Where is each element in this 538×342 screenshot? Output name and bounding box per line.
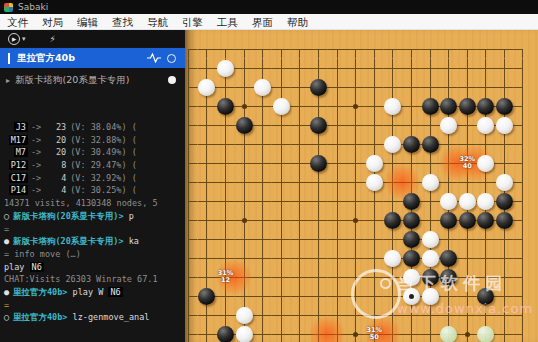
board-cell-A10[interactable] <box>185 211 198 230</box>
board-cell-T10[interactable] <box>514 211 533 230</box>
board-cell-J10[interactable] <box>328 211 347 230</box>
board-cell-O10[interactable] <box>421 211 440 230</box>
board-cell-N6[interactable] <box>402 287 421 306</box>
board-cell-L12[interactable] <box>365 173 384 192</box>
board-cell-S10[interactable] <box>495 211 514 230</box>
board-cell-G17[interactable] <box>291 78 310 97</box>
board-cell-H13[interactable] <box>309 154 328 173</box>
board-cell-P11[interactable] <box>439 192 458 211</box>
board-cell-Q10[interactable] <box>458 211 477 230</box>
board-cell-L11[interactable] <box>365 192 384 211</box>
board-cell-S17[interactable] <box>495 78 514 97</box>
board-cell-L10[interactable] <box>365 211 384 230</box>
board-cell-G6[interactable] <box>291 287 310 306</box>
board-cell-G9[interactable] <box>291 230 310 249</box>
board-cell-Q9[interactable] <box>458 230 477 249</box>
board-cell-P9[interactable] <box>439 230 458 249</box>
board-cell-Q18[interactable] <box>458 59 477 78</box>
board-cell-H15[interactable] <box>309 116 328 135</box>
board-cell-J18[interactable] <box>328 59 347 78</box>
board-cell-K12[interactable] <box>346 173 365 192</box>
board-cell-R15[interactable] <box>477 116 496 135</box>
board-cell-J16[interactable] <box>328 97 347 116</box>
board-cell-L8[interactable] <box>365 249 384 268</box>
board-cell-E6[interactable] <box>253 287 272 306</box>
board-cell-B14[interactable] <box>198 135 217 154</box>
board-cell-J8[interactable] <box>328 249 347 268</box>
menu-item-5[interactable]: 引擎 <box>175 14 210 30</box>
board-cell-N9[interactable] <box>402 230 421 249</box>
board-cell-O16[interactable] <box>421 97 440 116</box>
board-cell-F4[interactable] <box>272 325 291 342</box>
board-cell-A19[interactable] <box>185 40 198 59</box>
board-cell-R5[interactable] <box>477 306 496 325</box>
board-cell-F19[interactable] <box>272 40 291 59</box>
board-cell-B8[interactable] <box>198 249 217 268</box>
board-cell-S11[interactable] <box>495 192 514 211</box>
board-cell-B19[interactable] <box>198 40 217 59</box>
engine-item[interactable]: ▸ 新版卡塔狗(20系显卡专用) <box>0 70 185 90</box>
board-cell-Q6[interactable] <box>458 287 477 306</box>
board-cell-K9[interactable] <box>346 230 365 249</box>
board-cell-G19[interactable] <box>291 40 310 59</box>
board-cell-E16[interactable] <box>253 97 272 116</box>
board-cell-H16[interactable] <box>309 97 328 116</box>
board-cell-M7[interactable] <box>384 268 403 287</box>
board-cell-R6[interactable] <box>477 287 496 306</box>
board-cell-G4[interactable] <box>291 325 310 342</box>
board-cell-T17[interactable] <box>514 78 533 97</box>
board-cell-J19[interactable] <box>328 40 347 59</box>
board-cell-Q16[interactable] <box>458 97 477 116</box>
board-cell-H7[interactable] <box>309 268 328 287</box>
board-cell-A13[interactable] <box>185 154 198 173</box>
board-cell-D16[interactable] <box>235 97 254 116</box>
board-cell-B17[interactable] <box>198 78 217 97</box>
board-cell-B12[interactable] <box>198 173 217 192</box>
board-cell-T9[interactable] <box>514 230 533 249</box>
board-cell-K10[interactable] <box>346 211 365 230</box>
board-cell-T5[interactable] <box>514 306 533 325</box>
board-cell-K5[interactable] <box>346 306 365 325</box>
lightning-icon[interactable]: ⚡ <box>50 34 56 44</box>
board-cell-K14[interactable] <box>346 135 365 154</box>
board-cell-T12[interactable] <box>514 173 533 192</box>
board-cell-C5[interactable] <box>216 306 235 325</box>
board-cell-E15[interactable] <box>253 116 272 135</box>
board-cell-A7[interactable] <box>185 268 198 287</box>
board-cell-T8[interactable] <box>514 249 533 268</box>
board-cell-H18[interactable] <box>309 59 328 78</box>
board-cell-T19[interactable] <box>514 40 533 59</box>
board-cell-N11[interactable] <box>402 192 421 211</box>
board-cell-P6[interactable] <box>439 287 458 306</box>
board-cell-L19[interactable] <box>365 40 384 59</box>
board-cell-Q8[interactable] <box>458 249 477 268</box>
board-cell-Q5[interactable] <box>458 306 477 325</box>
menu-item-1[interactable]: 对局 <box>35 14 70 30</box>
board-cell-T15[interactable] <box>514 116 533 135</box>
board-cell-E17[interactable] <box>253 78 272 97</box>
menu-item-2[interactable]: 编辑 <box>70 14 105 30</box>
board-cell-C18[interactable] <box>216 59 235 78</box>
board-cell-O15[interactable] <box>421 116 440 135</box>
board-cell-M15[interactable] <box>384 116 403 135</box>
board-cell-E7[interactable] <box>253 268 272 287</box>
board-cell-F16[interactable] <box>272 97 291 116</box>
board-cell-B18[interactable] <box>198 59 217 78</box>
board-cell-H4[interactable] <box>309 325 328 342</box>
board-cell-B5[interactable] <box>198 306 217 325</box>
board-cell-M18[interactable] <box>384 59 403 78</box>
board-cell-R9[interactable] <box>477 230 496 249</box>
board-cell-S15[interactable] <box>495 116 514 135</box>
menu-item-7[interactable]: 界面 <box>245 14 280 30</box>
board-cell-H12[interactable] <box>309 173 328 192</box>
board-cell-G14[interactable] <box>291 135 310 154</box>
engine-status-icon[interactable] <box>168 76 176 84</box>
board-cell-A18[interactable] <box>185 59 198 78</box>
board-cell-T7[interactable] <box>514 268 533 287</box>
board-cell-C14[interactable] <box>216 135 235 154</box>
board-cell-O19[interactable] <box>421 40 440 59</box>
board-cell-B16[interactable] <box>198 97 217 116</box>
board-cell-F7[interactable] <box>272 268 291 287</box>
board-cell-K11[interactable] <box>346 192 365 211</box>
board-cell-B10[interactable] <box>198 211 217 230</box>
board-cell-N10[interactable] <box>402 211 421 230</box>
board-cell-S6[interactable] <box>495 287 514 306</box>
board-cell-M19[interactable] <box>384 40 403 59</box>
board-cell-L14[interactable] <box>365 135 384 154</box>
collapsed-triangle-icon[interactable]: ▸ <box>6 76 10 85</box>
board-cell-B7[interactable] <box>198 268 217 287</box>
board-cell-A11[interactable] <box>185 192 198 211</box>
board-cell-C9[interactable] <box>216 230 235 249</box>
board-cell-P7[interactable] <box>439 268 458 287</box>
board-cell-G13[interactable] <box>291 154 310 173</box>
board-cell-R10[interactable] <box>477 211 496 230</box>
board-cell-D12[interactable] <box>235 173 254 192</box>
board-cell-M8[interactable] <box>384 249 403 268</box>
board-cell-H17[interactable] <box>309 78 328 97</box>
board-cell-H11[interactable] <box>309 192 328 211</box>
board-cell-B6[interactable] <box>198 287 217 306</box>
board-cell-D4[interactable] <box>235 325 254 342</box>
board-cell-F13[interactable] <box>272 154 291 173</box>
board-cell-N16[interactable] <box>402 97 421 116</box>
board-cell-E19[interactable] <box>253 40 272 59</box>
board-cell-Q15[interactable] <box>458 116 477 135</box>
board-cell-J13[interactable] <box>328 154 347 173</box>
board-cell-J17[interactable] <box>328 78 347 97</box>
board-cell-K8[interactable] <box>346 249 365 268</box>
board-cell-P16[interactable] <box>439 97 458 116</box>
board-cell-F9[interactable] <box>272 230 291 249</box>
board-cell-S4[interactable] <box>495 325 514 342</box>
board-cell-A16[interactable] <box>185 97 198 116</box>
board-cell-S16[interactable] <box>495 97 514 116</box>
engine-status-icon[interactable] <box>167 54 176 63</box>
board-cell-T4[interactable] <box>514 325 533 342</box>
board-cell-F5[interactable] <box>272 306 291 325</box>
board-cell-Q7[interactable] <box>458 268 477 287</box>
board-cell-N8[interactable] <box>402 249 421 268</box>
board-cell-J15[interactable] <box>328 116 347 135</box>
board-cell-P4[interactable] <box>439 325 458 342</box>
board-cell-S12[interactable] <box>495 173 514 192</box>
board-cell-J6[interactable] <box>328 287 347 306</box>
board-cell-A9[interactable] <box>185 230 198 249</box>
board-cell-D15[interactable] <box>235 116 254 135</box>
board-cell-F17[interactable] <box>272 78 291 97</box>
menu-item-0[interactable]: 文件 <box>0 14 35 30</box>
board-cell-G8[interactable] <box>291 249 310 268</box>
board-cell-R18[interactable] <box>477 59 496 78</box>
board-cell-L9[interactable] <box>365 230 384 249</box>
board-cell-J11[interactable] <box>328 192 347 211</box>
menu-item-6[interactable]: 工具 <box>210 14 245 30</box>
start-engine-icon[interactable]: ▶ <box>8 33 20 45</box>
board-cell-L18[interactable] <box>365 59 384 78</box>
board-cell-G7[interactable] <box>291 268 310 287</box>
board-cell-B9[interactable] <box>198 230 217 249</box>
board-cell-N18[interactable] <box>402 59 421 78</box>
board-cell-H8[interactable] <box>309 249 328 268</box>
board-cell-A8[interactable] <box>185 249 198 268</box>
board-cell-E18[interactable] <box>253 59 272 78</box>
board-cell-F10[interactable] <box>272 211 291 230</box>
board-cell-E14[interactable] <box>253 135 272 154</box>
board-cell-F12[interactable] <box>272 173 291 192</box>
board-cell-C13[interactable] <box>216 154 235 173</box>
board-cell-E11[interactable] <box>253 192 272 211</box>
board-cell-H6[interactable] <box>309 287 328 306</box>
board-cell-D10[interactable] <box>235 211 254 230</box>
board-cell-O8[interactable] <box>421 249 440 268</box>
board-cell-M9[interactable] <box>384 230 403 249</box>
board-cell-L4[interactable]: 31%50 <box>365 325 384 342</box>
board-cell-C16[interactable] <box>216 97 235 116</box>
board-cell-B4[interactable] <box>198 325 217 342</box>
board-cell-R7[interactable] <box>477 268 496 287</box>
board-cell-K18[interactable] <box>346 59 365 78</box>
board-cell-J12[interactable] <box>328 173 347 192</box>
board-cell-O7[interactable] <box>421 268 440 287</box>
board-cell-P8[interactable] <box>439 249 458 268</box>
board-cell-P19[interactable] <box>439 40 458 59</box>
board-cell-T13[interactable] <box>514 154 533 173</box>
engine-item-selected[interactable]: 里拉官方40b <box>0 48 185 68</box>
board-cell-F6[interactable] <box>272 287 291 306</box>
board-cell-J7[interactable] <box>328 268 347 287</box>
board-cell-L17[interactable] <box>365 78 384 97</box>
board-cell-T16[interactable] <box>514 97 533 116</box>
board-cell-D18[interactable] <box>235 59 254 78</box>
board-cell-D11[interactable] <box>235 192 254 211</box>
board-cell-O11[interactable] <box>421 192 440 211</box>
board-cell-T6[interactable] <box>514 287 533 306</box>
board-cell-T11[interactable] <box>514 192 533 211</box>
board-cell-E4[interactable] <box>253 325 272 342</box>
board-cell-A15[interactable] <box>185 116 198 135</box>
board-cell-G16[interactable] <box>291 97 310 116</box>
board-cell-C19[interactable] <box>216 40 235 59</box>
board-cell-C12[interactable] <box>216 173 235 192</box>
board-cell-O14[interactable] <box>421 135 440 154</box>
board-cell-E13[interactable] <box>253 154 272 173</box>
board-cell-A14[interactable] <box>185 135 198 154</box>
board-cell-K16[interactable] <box>346 97 365 116</box>
board-cell-D19[interactable] <box>235 40 254 59</box>
board-cell-G11[interactable] <box>291 192 310 211</box>
board-cell-A4[interactable] <box>185 325 198 342</box>
board-cell-P13[interactable] <box>439 154 458 173</box>
board-cell-S13[interactable] <box>495 154 514 173</box>
board-cell-D5[interactable] <box>235 306 254 325</box>
board-cell-N19[interactable] <box>402 40 421 59</box>
board-cell-B13[interactable] <box>198 154 217 173</box>
board-cell-F8[interactable] <box>272 249 291 268</box>
board-cell-O4[interactable] <box>421 325 440 342</box>
board-cell-A17[interactable] <box>185 78 198 97</box>
board-cell-H9[interactable] <box>309 230 328 249</box>
board-cell-O13[interactable] <box>421 154 440 173</box>
board-cell-S9[interactable] <box>495 230 514 249</box>
board-cell-K13[interactable] <box>346 154 365 173</box>
board-cell-C10[interactable] <box>216 211 235 230</box>
board-cell-F15[interactable] <box>272 116 291 135</box>
board-cell-F18[interactable] <box>272 59 291 78</box>
menu-item-4[interactable]: 导航 <box>140 14 175 30</box>
board-cell-G18[interactable] <box>291 59 310 78</box>
board-cell-C7[interactable]: 31%12 <box>216 268 235 287</box>
board-cell-O6[interactable] <box>421 287 440 306</box>
board-cell-N14[interactable] <box>402 135 421 154</box>
chevron-down-icon[interactable]: ▾ <box>22 35 26 43</box>
gtp-console-log[interactable]: J3->23(V: 38.04%) (M17->20(V: 32.88%) (M… <box>0 121 185 324</box>
board-cell-K17[interactable] <box>346 78 365 97</box>
board-cell-R11[interactable] <box>477 192 496 211</box>
board-cell-D13[interactable] <box>235 154 254 173</box>
board-cell-Q19[interactable] <box>458 40 477 59</box>
board-cell-Q13[interactable]: 32%40 <box>458 154 477 173</box>
board-cell-K19[interactable] <box>346 40 365 59</box>
board-cell-G5[interactable] <box>291 306 310 325</box>
board-cell-K4[interactable] <box>346 325 365 342</box>
board-cell-J9[interactable] <box>328 230 347 249</box>
board-cell-F11[interactable] <box>272 192 291 211</box>
board-cell-M12[interactable] <box>384 173 403 192</box>
board-cell-N17[interactable] <box>402 78 421 97</box>
board-cell-G12[interactable] <box>291 173 310 192</box>
board-cell-P10[interactable] <box>439 211 458 230</box>
board-cell-Q4[interactable] <box>458 325 477 342</box>
board-cell-P18[interactable] <box>439 59 458 78</box>
board-cell-Q11[interactable] <box>458 192 477 211</box>
board-cell-P15[interactable] <box>439 116 458 135</box>
board-cell-L15[interactable] <box>365 116 384 135</box>
board-cell-E9[interactable] <box>253 230 272 249</box>
board-cell-J14[interactable] <box>328 135 347 154</box>
board-cell-S8[interactable] <box>495 249 514 268</box>
board-cell-O17[interactable] <box>421 78 440 97</box>
board-cell-C17[interactable] <box>216 78 235 97</box>
board-cell-H14[interactable] <box>309 135 328 154</box>
board-cell-G10[interactable] <box>291 211 310 230</box>
board-cell-L13[interactable] <box>365 154 384 173</box>
board-cell-R8[interactable] <box>477 249 496 268</box>
board-cell-R16[interactable] <box>477 97 496 116</box>
board-cell-L6[interactable] <box>365 287 384 306</box>
board-cell-M10[interactable] <box>384 211 403 230</box>
board-cell-S19[interactable] <box>495 40 514 59</box>
board-cell-O5[interactable] <box>421 306 440 325</box>
board-cell-P5[interactable] <box>439 306 458 325</box>
board-cell-N5[interactable] <box>402 306 421 325</box>
board-cell-C11[interactable] <box>216 192 235 211</box>
board-cell-H19[interactable] <box>309 40 328 59</box>
board-cell-M17[interactable] <box>384 78 403 97</box>
board-cell-A6[interactable] <box>185 287 198 306</box>
board-cell-K7[interactable] <box>346 268 365 287</box>
board-cell-K15[interactable] <box>346 116 365 135</box>
board-cell-T14[interactable] <box>514 135 533 154</box>
board-cell-O18[interactable] <box>421 59 440 78</box>
board-cell-O12[interactable] <box>421 173 440 192</box>
board-cell-K6[interactable] <box>346 287 365 306</box>
board-cell-L16[interactable] <box>365 97 384 116</box>
board-cell-P17[interactable] <box>439 78 458 97</box>
board-cell-B11[interactable] <box>198 192 217 211</box>
board-cell-Q17[interactable] <box>458 78 477 97</box>
board-cell-S7[interactable] <box>495 268 514 287</box>
board-cell-A5[interactable] <box>185 306 198 325</box>
board-cell-T18[interactable] <box>514 59 533 78</box>
board-cell-R19[interactable] <box>477 40 496 59</box>
board-cell-N15[interactable] <box>402 116 421 135</box>
menu-item-8[interactable]: 帮助 <box>280 14 315 30</box>
board-cell-N4[interactable] <box>402 325 421 342</box>
board-cell-M16[interactable] <box>384 97 403 116</box>
board-cell-A12[interactable] <box>185 173 198 192</box>
board-cell-E8[interactable] <box>253 249 272 268</box>
board-cell-S14[interactable] <box>495 135 514 154</box>
board-cell-S5[interactable] <box>495 306 514 325</box>
board-cell-O9[interactable] <box>421 230 440 249</box>
board-cell-E10[interactable] <box>253 211 272 230</box>
board-cell-R17[interactable] <box>477 78 496 97</box>
board-cell-R4[interactable] <box>477 325 496 342</box>
board-cell-E12[interactable] <box>253 173 272 192</box>
board-cell-D9[interactable] <box>235 230 254 249</box>
board-cell-M6[interactable] <box>384 287 403 306</box>
board-cell-E5[interactable] <box>253 306 272 325</box>
board-cell-D17[interactable] <box>235 78 254 97</box>
board-cell-F14[interactable] <box>272 135 291 154</box>
board-cell-L7[interactable] <box>365 268 384 287</box>
board-cell-S18[interactable] <box>495 59 514 78</box>
board-cell-D14[interactable] <box>235 135 254 154</box>
board-cell-B15[interactable] <box>198 116 217 135</box>
board-cell-G15[interactable] <box>291 116 310 135</box>
menu-item-3[interactable]: 查找 <box>105 14 140 30</box>
board-cell-C4[interactable] <box>216 325 235 342</box>
board-cell-N7[interactable] <box>402 268 421 287</box>
board-cell-H10[interactable] <box>309 211 328 230</box>
board-cell-C15[interactable] <box>216 116 235 135</box>
board-cell-M14[interactable] <box>384 135 403 154</box>
